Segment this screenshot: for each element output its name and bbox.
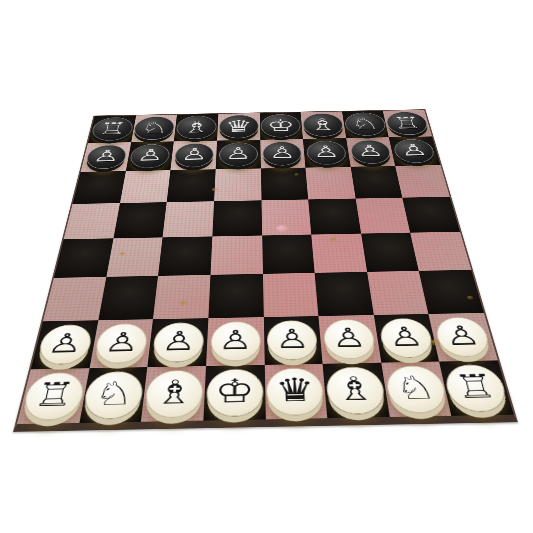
square-h6[interactable] (395, 165, 449, 197)
square-h1[interactable]: ♖ (439, 361, 513, 416)
square-g8[interactable]: ♘ (342, 111, 389, 138)
square-e6[interactable] (261, 168, 309, 201)
square-b4[interactable] (106, 237, 163, 277)
square-c6[interactable] (167, 169, 216, 202)
square-d5[interactable] (212, 200, 262, 236)
black-bishop-c8[interactable]: ♗ (175, 116, 217, 140)
square-c4[interactable] (158, 236, 212, 276)
pawn-glyph: ♙ (218, 326, 253, 353)
pawn-glyph: ♙ (45, 330, 85, 357)
square-e3[interactable] (263, 273, 319, 317)
square-b6[interactable] (120, 170, 171, 203)
black-rook-h8[interactable]: ♖ (385, 112, 431, 136)
square-f3[interactable] (315, 272, 374, 316)
square-d1[interactable]: ♔ (203, 365, 265, 420)
bishop-glyph: ♗ (153, 375, 195, 408)
pawn-glyph: ♙ (180, 146, 208, 162)
square-h5[interactable] (403, 197, 460, 233)
square-d2[interactable]: ♙ (206, 317, 264, 366)
bishop-glyph: ♗ (308, 116, 338, 132)
knight-glyph: ♘ (92, 377, 137, 410)
square-e4[interactable] (262, 234, 315, 274)
pawn-glyph: ♙ (330, 324, 367, 351)
rook-glyph: ♖ (452, 370, 500, 403)
white-pawn-c2[interactable]: ♙ (152, 322, 205, 363)
black-king-e8[interactable]: ♔ (261, 114, 302, 138)
square-d6[interactable] (214, 169, 261, 202)
square-c3[interactable] (153, 275, 210, 319)
pawn-glyph: ♙ (399, 142, 429, 158)
square-g4[interactable] (361, 232, 419, 272)
king-glyph: ♔ (267, 117, 296, 133)
black-pawn-e7[interactable]: ♙ (263, 141, 303, 166)
square-b5[interactable] (113, 202, 167, 238)
pawn-glyph: ♙ (269, 145, 296, 161)
queen-glyph: ♛ (275, 373, 316, 406)
black-pawn-g7[interactable]: ♙ (349, 140, 392, 164)
square-c1[interactable]: ♗ (141, 366, 206, 422)
knight-glyph: ♘ (350, 115, 381, 131)
white-rook-a1[interactable]: ♖ (20, 372, 87, 421)
square-a3[interactable] (43, 277, 106, 321)
bishop-glyph: ♗ (182, 118, 211, 134)
white-pawn-f2[interactable]: ♙ (322, 319, 377, 359)
pawn-glyph: ♙ (225, 145, 252, 161)
square-h3[interactable] (419, 270, 484, 314)
white-pawn-h2[interactable]: ♙ (433, 317, 493, 357)
pawn-glyph: ♙ (386, 323, 425, 350)
white-pawn-d2[interactable]: ♙ (210, 321, 261, 362)
pawn-glyph: ♙ (136, 147, 165, 163)
black-pawn-f7[interactable]: ♙ (306, 140, 348, 164)
square-f8[interactable]: ♗ (301, 112, 346, 139)
pawn-glyph: ♙ (91, 148, 121, 164)
white-rook-h1[interactable]: ♖ (442, 364, 511, 412)
square-a6[interactable] (73, 171, 126, 204)
square-a4[interactable] (54, 238, 113, 278)
square-e5[interactable] (261, 199, 311, 235)
square-a1[interactable]: ♖ (17, 368, 89, 424)
square-g5[interactable] (355, 198, 410, 234)
pawn-glyph: ♙ (312, 144, 340, 160)
pawn-glyph: ♙ (442, 322, 483, 349)
pawn-glyph: ♙ (160, 327, 196, 354)
white-bishop-f1[interactable]: ♗ (325, 366, 388, 414)
king-glyph: ♔ (214, 374, 254, 407)
black-bishop-f8[interactable]: ♗ (302, 113, 344, 137)
rook-glyph: ♖ (31, 378, 78, 411)
square-g3[interactable] (367, 271, 429, 315)
white-pawn-a2[interactable]: ♙ (35, 324, 94, 365)
square-a7[interactable]: ♙ (81, 142, 131, 172)
square-b7[interactable]: ♙ (126, 141, 174, 171)
square-e2[interactable]: ♙ (263, 316, 322, 365)
square-h4[interactable] (410, 231, 471, 270)
white-queen-e1[interactable]: ♛ (266, 367, 325, 416)
square-f1[interactable]: ♗ (323, 363, 390, 418)
bishop-glyph: ♗ (334, 372, 378, 405)
square-c5[interactable] (163, 201, 214, 237)
square-f2[interactable]: ♙ (318, 315, 381, 364)
square-g6[interactable] (350, 166, 402, 199)
white-pawn-e2[interactable]: ♙ (267, 320, 319, 361)
rook-glyph: ♖ (391, 114, 423, 130)
black-queen-d8[interactable]: ♛ (218, 115, 258, 139)
pawn-glyph: ♙ (275, 325, 310, 352)
square-c8[interactable]: ♗ (174, 114, 218, 141)
knight-glyph: ♘ (393, 371, 439, 404)
queen-glyph: ♛ (225, 118, 253, 134)
white-knight-b1[interactable]: ♘ (82, 371, 146, 420)
white-knight-g1[interactable]: ♘ (383, 365, 449, 413)
square-f6[interactable] (306, 167, 356, 200)
square-b1[interactable]: ♘ (79, 367, 147, 423)
black-pawn-h7[interactable]: ♙ (392, 139, 437, 163)
square-d4[interactable] (210, 235, 262, 275)
white-pawn-b2[interactable]: ♙ (94, 323, 150, 364)
square-b2[interactable]: ♙ (89, 319, 153, 368)
square-a5[interactable] (64, 203, 120, 239)
square-e7[interactable]: ♙ (260, 139, 306, 169)
chess-board: ♖♘♗♛♔♗♘♖♙♙♙♙♙♙♙♙♙♙♙♙♙♙♙♙♖♘♗♔♛♗♘♖ (13, 109, 518, 432)
square-b8[interactable]: ♘ (131, 115, 177, 142)
square-d8[interactable]: ♛ (217, 113, 260, 140)
square-h8[interactable]: ♖ (383, 110, 432, 137)
square-a2[interactable]: ♙ (31, 320, 98, 369)
black-knight-g8[interactable]: ♘ (343, 112, 387, 136)
square-a8[interactable]: ♖ (88, 115, 136, 142)
square-d7[interactable]: ♙ (216, 140, 261, 170)
pawn-glyph: ♙ (355, 143, 384, 159)
black-pawn-b7[interactable]: ♙ (129, 144, 171, 169)
black-pawn-c7[interactable]: ♙ (174, 143, 215, 168)
black-knight-b8[interactable]: ♘ (133, 116, 176, 140)
square-c2[interactable]: ♙ (148, 318, 209, 367)
square-f7[interactable]: ♙ (303, 138, 351, 168)
square-h2[interactable]: ♙ (429, 313, 498, 362)
square-c7[interactable]: ♙ (171, 140, 217, 170)
square-e8[interactable]: ♔ (259, 112, 303, 139)
white-pawn-g2[interactable]: ♙ (378, 318, 435, 358)
knight-glyph: ♘ (139, 119, 169, 135)
pawn-glyph: ♙ (103, 329, 141, 356)
square-f5[interactable] (308, 198, 361, 234)
white-king-d1[interactable]: ♔ (205, 368, 263, 417)
black-pawn-d7[interactable]: ♙ (218, 142, 257, 167)
rook-glyph: ♖ (97, 120, 128, 136)
board-tilt-wrapper: ♖♘♗♛♔♗♘♖♙♙♙♙♙♙♙♙♙♙♙♙♙♙♙♙♖♘♗♔♛♗♘♖ (1, 0, 518, 432)
square-b3[interactable] (98, 276, 158, 320)
black-rook-a8[interactable]: ♖ (90, 117, 135, 141)
photo-stage: ♖♘♗♛♔♗♘♖♙♙♙♙♙♙♙♙♙♙♙♙♙♙♙♙♖♘♗♔♛♗♘♖ (0, 0, 533, 533)
white-bishop-c1[interactable]: ♗ (143, 370, 204, 419)
square-d3[interactable] (208, 274, 263, 318)
square-g7[interactable]: ♙ (346, 137, 395, 167)
square-h7[interactable]: ♙ (389, 136, 440, 166)
square-f4[interactable] (311, 233, 367, 273)
square-e1[interactable]: ♛ (264, 364, 327, 419)
black-pawn-a7[interactable]: ♙ (84, 145, 128, 170)
